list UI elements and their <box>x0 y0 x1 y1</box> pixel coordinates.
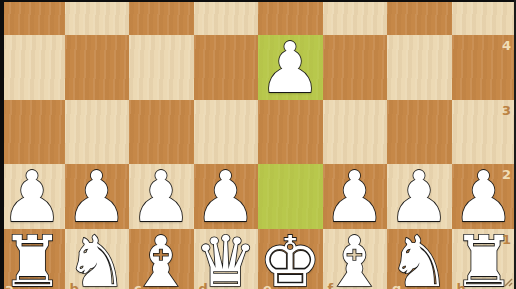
square-a5[interactable] <box>0 0 65 35</box>
square-b3[interactable] <box>65 100 130 165</box>
square-e1[interactable]: ♚e <box>258 229 323 289</box>
square-e3[interactable] <box>258 100 323 165</box>
square-g3[interactable] <box>387 100 452 165</box>
square-d1[interactable]: ♛d <box>194 229 259 289</box>
square-f2[interactable]: ♟ <box>323 164 388 229</box>
square-a4[interactable] <box>0 35 65 100</box>
square-h5[interactable] <box>452 0 516 35</box>
square-d5[interactable] <box>194 0 259 35</box>
file-label-b: b <box>70 282 79 289</box>
file-label-f: f <box>328 282 334 289</box>
square-g5[interactable] <box>387 0 452 35</box>
square-c4[interactable] <box>129 35 194 100</box>
square-h2[interactable]: ♟2 <box>452 164 516 229</box>
square-f5[interactable] <box>323 0 388 35</box>
file-label-d: d <box>199 282 208 289</box>
square-d2[interactable]: ♟ <box>194 164 259 229</box>
square-d3[interactable] <box>194 100 259 165</box>
square-b2[interactable]: ♟ <box>65 164 130 229</box>
square-h4[interactable]: 4 <box>452 35 516 100</box>
square-e2[interactable] <box>258 164 323 229</box>
square-b5[interactable] <box>65 0 130 35</box>
board-resize-handle-icon[interactable] <box>502 276 513 287</box>
square-g2[interactable]: ♟ <box>387 164 452 229</box>
square-d4[interactable] <box>194 35 259 100</box>
file-label-g: g <box>392 282 401 289</box>
square-g4[interactable] <box>387 35 452 100</box>
square-f1[interactable]: ♝f <box>323 229 388 289</box>
square-c1[interactable]: ♝c <box>129 229 194 289</box>
white-pawn[interactable]: ♟ <box>259 36 322 101</box>
top-edge-bar <box>0 0 516 2</box>
square-b4[interactable] <box>65 35 130 100</box>
rank-label-2: 2 <box>502 168 511 181</box>
file-label-e: e <box>263 282 272 289</box>
square-c5[interactable] <box>129 0 194 35</box>
square-a1[interactable]: ♜a <box>0 229 65 289</box>
square-a2[interactable]: ♟ <box>0 164 65 229</box>
square-c2[interactable]: ♟ <box>129 164 194 229</box>
square-g1[interactable]: ♞g <box>387 229 452 289</box>
board-grid: ♟43♟♟♟♟♟♟♟2♜a♞b♝c♛d♚e♝f♞g♜1h <box>0 0 516 289</box>
square-e4[interactable]: ♟ <box>258 35 323 100</box>
left-edge-bar <box>0 0 4 289</box>
file-label-a: a <box>5 282 14 289</box>
chess-board-screenshot: ♟43♟♟♟♟♟♟♟2♜a♞b♝c♛d♚e♝f♞g♜1h <box>0 0 516 289</box>
square-h3[interactable]: 3 <box>452 100 516 165</box>
rank-label-4: 4 <box>502 39 511 52</box>
square-a3[interactable] <box>0 100 65 165</box>
file-label-h: h <box>457 282 466 289</box>
file-label-c: c <box>134 282 142 289</box>
rank-label-3: 3 <box>502 104 511 117</box>
rank-label-1: 1 <box>502 233 511 246</box>
square-c3[interactable] <box>129 100 194 165</box>
square-b1[interactable]: ♞b <box>65 229 130 289</box>
square-f3[interactable] <box>323 100 388 165</box>
square-f4[interactable] <box>323 35 388 100</box>
